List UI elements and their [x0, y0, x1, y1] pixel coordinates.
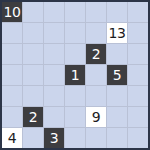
cell-r3c4[interactable] — [86, 65, 106, 85]
cell-r6c6[interactable] — [128, 128, 148, 148]
cell-r1c0[interactable] — [2, 23, 22, 43]
cell-r4c2[interactable] — [44, 86, 64, 106]
cell-r5c6[interactable] — [128, 107, 148, 127]
cell-r0c6[interactable] — [128, 2, 148, 22]
cell-r2c2[interactable] — [44, 44, 64, 64]
cell-r6c4[interactable] — [86, 128, 106, 148]
cell-r4c3[interactable] — [65, 86, 85, 106]
cell-r2c1[interactable] — [23, 44, 43, 64]
clue-cell-r6c0[interactable]: 4 — [2, 128, 22, 148]
cell-r5c3[interactable] — [65, 107, 85, 127]
clue-cell-r5c4[interactable]: 9 — [86, 107, 106, 127]
cell-r3c2[interactable] — [44, 65, 64, 85]
cell-r2c6[interactable] — [128, 44, 148, 64]
clue-cell-r3c3[interactable]: 1 — [65, 65, 85, 85]
cell-r1c6[interactable] — [128, 23, 148, 43]
cell-r6c3[interactable] — [65, 128, 85, 148]
clue-cell-r6c2[interactable]: 3 — [44, 128, 64, 148]
cell-r2c5[interactable] — [107, 44, 127, 64]
cell-r1c3[interactable] — [65, 23, 85, 43]
cell-r5c0[interactable] — [2, 107, 22, 127]
puzzle-board: 10132152943 — [0, 0, 150, 150]
cell-r1c2[interactable] — [44, 23, 64, 43]
cell-r6c5[interactable] — [107, 128, 127, 148]
cell-r2c0[interactable] — [2, 44, 22, 64]
clue-cell-r2c4[interactable]: 2 — [86, 44, 106, 64]
cell-r1c1[interactable] — [23, 23, 43, 43]
cell-r0c1[interactable] — [23, 2, 43, 22]
cell-r6c1[interactable] — [23, 128, 43, 148]
cell-r4c1[interactable] — [23, 86, 43, 106]
cell-r0c3[interactable] — [65, 2, 85, 22]
clue-cell-r5c1[interactable]: 2 — [23, 107, 43, 127]
clue-cell-r0c0[interactable]: 10 — [2, 2, 22, 22]
cell-r5c5[interactable] — [107, 107, 127, 127]
cell-r1c4[interactable] — [86, 23, 106, 43]
cell-r3c6[interactable] — [128, 65, 148, 85]
cell-r5c2[interactable] — [44, 107, 64, 127]
cell-r0c2[interactable] — [44, 2, 64, 22]
cell-r3c0[interactable] — [2, 65, 22, 85]
clue-cell-r1c5[interactable]: 13 — [107, 23, 127, 43]
cell-r3c1[interactable] — [23, 65, 43, 85]
cell-r2c3[interactable] — [65, 44, 85, 64]
cell-r4c5[interactable] — [107, 86, 127, 106]
cell-r4c0[interactable] — [2, 86, 22, 106]
clue-cell-r3c5[interactable]: 5 — [107, 65, 127, 85]
cell-r4c4[interactable] — [86, 86, 106, 106]
cell-r4c6[interactable] — [128, 86, 148, 106]
cell-r0c5[interactable] — [107, 2, 127, 22]
cell-r0c4[interactable] — [86, 2, 106, 22]
